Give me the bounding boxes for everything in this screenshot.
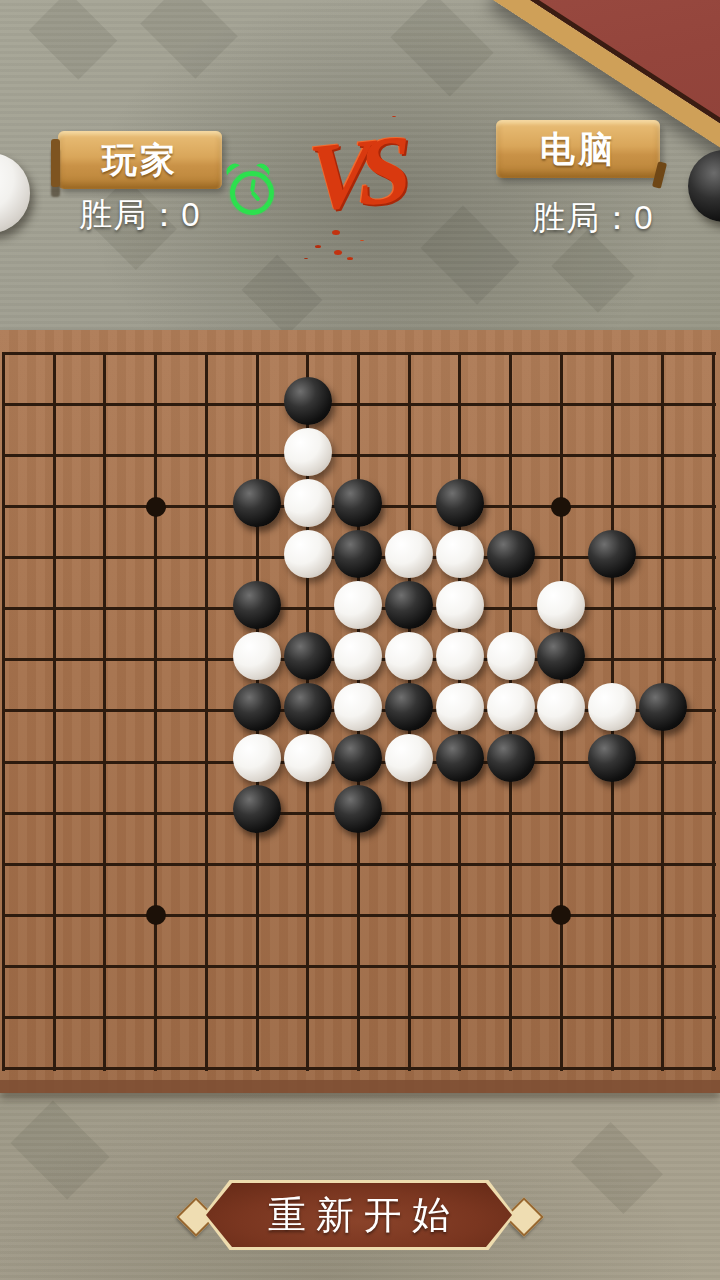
floor-tile: [390, 0, 493, 97]
floor-tile: [571, 1122, 663, 1214]
black-stone[interactable]: [487, 530, 535, 578]
floor-tile: [29, 0, 117, 80]
white-stone[interactable]: [537, 581, 585, 629]
restart-button-label: 重新开始: [258, 1190, 460, 1241]
computer-name-label: 电脑: [540, 126, 616, 173]
player-name-label: 玩家: [102, 137, 178, 184]
black-stone[interactable]: [334, 530, 382, 578]
star-point: [551, 497, 571, 517]
white-stone[interactable]: [233, 734, 281, 782]
black-stone[interactable]: [385, 683, 433, 731]
white-stone[interactable]: [487, 683, 535, 731]
black-stone[interactable]: [588, 734, 636, 782]
white-stone[interactable]: [436, 632, 484, 680]
gomoku-board[interactable]: [0, 330, 720, 1093]
white-stone[interactable]: [284, 428, 332, 476]
alarm-clock-icon: [226, 164, 278, 216]
white-stone[interactable]: [284, 734, 332, 782]
black-stone[interactable]: [233, 785, 281, 833]
white-stone[interactable]: [436, 581, 484, 629]
black-stone[interactable]: [537, 632, 585, 680]
computer-name-banner: 电脑: [496, 120, 660, 178]
floor-tile: [551, 229, 634, 312]
restart-button-area: 重新开始: [182, 1178, 538, 1252]
restart-button[interactable]: 重新开始: [203, 1180, 515, 1250]
white-stone[interactable]: [436, 530, 484, 578]
black-stone[interactable]: [588, 530, 636, 578]
white-stone[interactable]: [233, 632, 281, 680]
star-point: [146, 905, 166, 925]
white-stone[interactable]: [284, 479, 332, 527]
floor-tile: [421, 206, 520, 305]
black-stone[interactable]: [284, 683, 332, 731]
floor-tile: [140, 0, 238, 79]
white-stone[interactable]: [385, 734, 433, 782]
white-stone[interactable]: [334, 581, 382, 629]
black-stone[interactable]: [436, 479, 484, 527]
black-stone[interactable]: [639, 683, 687, 731]
star-point: [146, 497, 166, 517]
player-name-banner: 玩家: [58, 131, 222, 189]
restart-button-face: 重新开始: [206, 1183, 512, 1247]
white-stone[interactable]: [385, 530, 433, 578]
black-stone[interactable]: [233, 479, 281, 527]
black-stone[interactable]: [284, 377, 332, 425]
black-stone[interactable]: [487, 734, 535, 782]
white-stone[interactable]: [537, 683, 585, 731]
black-stone[interactable]: [284, 632, 332, 680]
computer-wins-count: 胜局：0: [508, 196, 678, 241]
white-stone[interactable]: [487, 632, 535, 680]
white-stone[interactable]: [588, 683, 636, 731]
black-stone[interactable]: [436, 734, 484, 782]
black-stone[interactable]: [385, 581, 433, 629]
floor-tile: [11, 1101, 110, 1200]
floor-tile: [242, 255, 323, 336]
white-stone[interactable]: [284, 530, 332, 578]
player-wins-count: 胜局：0: [55, 193, 225, 238]
white-stone[interactable]: [385, 632, 433, 680]
black-stone[interactable]: [233, 683, 281, 731]
black-stone[interactable]: [233, 581, 281, 629]
black-stone[interactable]: [334, 479, 382, 527]
white-stone[interactable]: [436, 683, 484, 731]
